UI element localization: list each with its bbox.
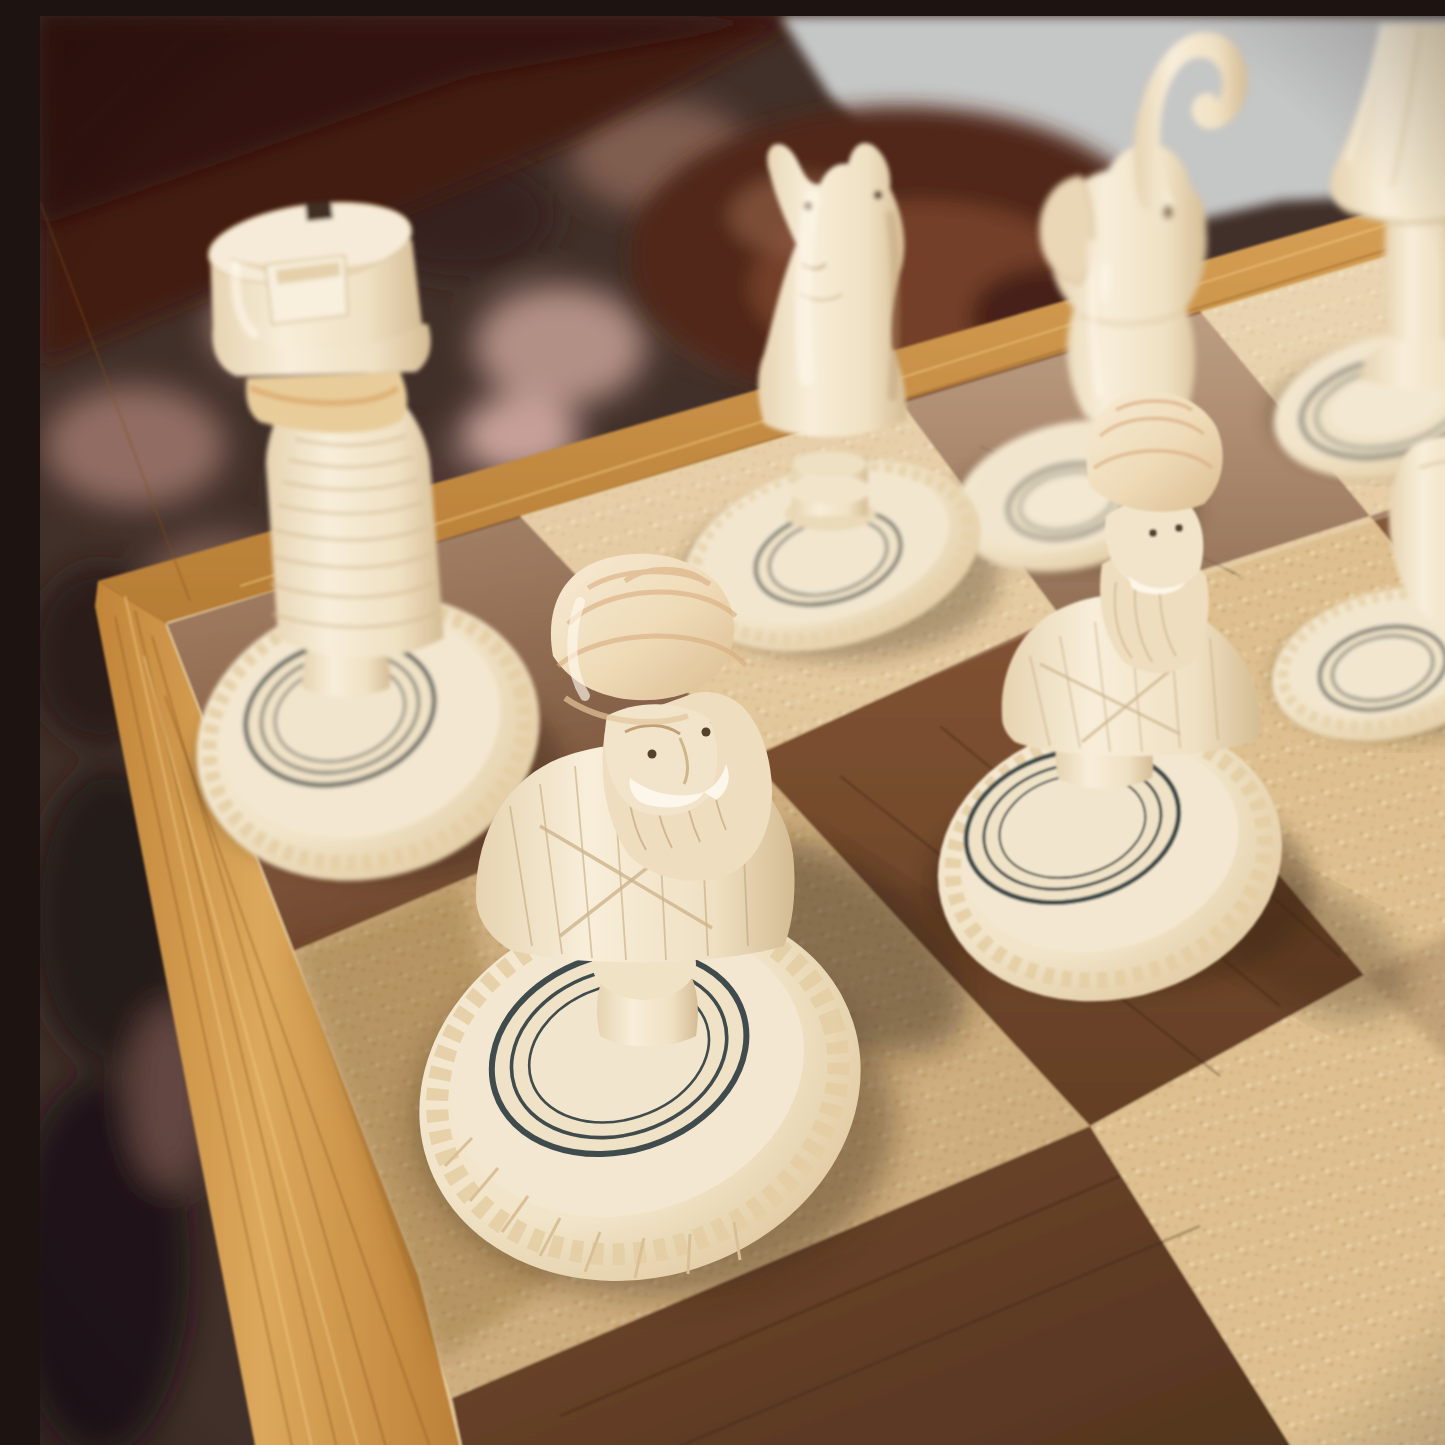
chess-photo-scene: only the white queenside corner is insid… xyxy=(40,16,1445,1445)
vignette xyxy=(40,16,1445,1445)
scene-canvas xyxy=(40,16,1445,1445)
